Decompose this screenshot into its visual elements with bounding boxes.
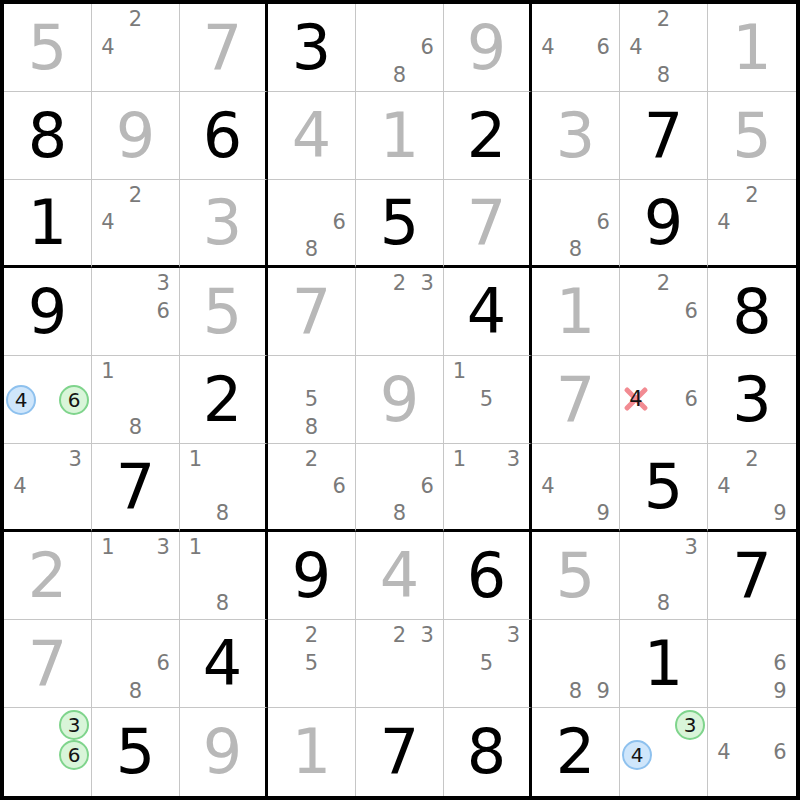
candidate-3-green-circled[interactable]: 3 bbox=[59, 710, 89, 740]
candidate-3-green-circled[interactable]: 3 bbox=[675, 710, 705, 740]
cell-r3c7[interactable]: 68 bbox=[532, 180, 620, 268]
given-digit: 4 bbox=[444, 268, 529, 355]
candidate-grid: 18 bbox=[182, 534, 263, 617]
candidate-grid: 49 bbox=[534, 446, 617, 527]
candidate-1[interactable]: 1 bbox=[453, 449, 466, 470]
solved-digit: 9 bbox=[180, 708, 265, 796]
candidate-2[interactable]: 2 bbox=[305, 449, 318, 470]
candidate-1[interactable]: 1 bbox=[101, 537, 114, 558]
cell-r3c8[interactable]: 9 bbox=[620, 180, 708, 268]
given-digit: 1 bbox=[620, 620, 707, 707]
cell-r9c2[interactable]: 5 bbox=[92, 708, 180, 796]
candidate-8[interactable]: 8 bbox=[569, 239, 582, 260]
candidate-5[interactable]: 5 bbox=[305, 389, 318, 410]
cell-r7c1[interactable]: 2 bbox=[4, 532, 92, 620]
given-digit: 5 bbox=[92, 708, 179, 796]
candidate-grid: 69 bbox=[710, 622, 794, 705]
cell-r1c1[interactable]: 5 bbox=[4, 4, 92, 92]
cell-r6c4[interactable]: 26 bbox=[268, 444, 356, 532]
cell-r4c9[interactable]: 8 bbox=[708, 268, 796, 356]
candidate-4[interactable]: 4 bbox=[101, 37, 114, 58]
cell-r9c7[interactable]: 2 bbox=[532, 708, 620, 796]
candidate-grid: 46 bbox=[710, 710, 794, 794]
given-digit: 3 bbox=[268, 4, 355, 91]
candidate-8[interactable]: 8 bbox=[129, 417, 142, 438]
solved-digit: 9 bbox=[444, 4, 529, 91]
candidate-8[interactable]: 8 bbox=[305, 239, 318, 260]
solved-digit: 3 bbox=[180, 180, 265, 265]
cell-r6c5[interactable]: 68 bbox=[356, 444, 444, 532]
candidate-3[interactable]: 3 bbox=[507, 625, 520, 646]
candidate-4[interactable]: 4 bbox=[629, 37, 642, 58]
solved-digit: 5 bbox=[180, 268, 265, 355]
candidate-3[interactable]: 3 bbox=[420, 625, 433, 646]
cell-r9c6[interactable]: 8 bbox=[444, 708, 532, 796]
candidate-grid: 68 bbox=[270, 182, 353, 263]
candidate-6-green-circled[interactable]: 6 bbox=[59, 385, 89, 415]
candidate-6[interactable]: 6 bbox=[332, 476, 345, 497]
cell-r2c2[interactable]: 9 bbox=[92, 92, 180, 180]
cell-r6c6[interactable]: 13 bbox=[444, 444, 532, 532]
candidate-2[interactable]: 2 bbox=[393, 273, 406, 294]
candidate-5[interactable]: 5 bbox=[480, 653, 493, 674]
candidate-8[interactable]: 8 bbox=[393, 503, 406, 524]
candidate-grid: 46 bbox=[622, 358, 705, 441]
solved-digit: 4 bbox=[268, 92, 355, 179]
given-digit: 2 bbox=[444, 92, 529, 179]
candidate-grid: 46 bbox=[534, 6, 617, 89]
cell-r5c8[interactable]: 46 bbox=[620, 356, 708, 444]
cell-r6c1[interactable]: 34 bbox=[4, 444, 92, 532]
candidate-3[interactable]: 3 bbox=[507, 449, 520, 470]
candidate-grid: 26 bbox=[270, 446, 353, 527]
cell-r2c5[interactable]: 1 bbox=[356, 92, 444, 180]
cell-r7c7[interactable]: 5 bbox=[532, 532, 620, 620]
candidate-4-eliminated[interactable]: 4 bbox=[629, 389, 642, 410]
given-digit: 4 bbox=[180, 620, 265, 707]
candidate-6[interactable]: 6 bbox=[596, 37, 609, 58]
cell-r9c1[interactable]: 36 bbox=[4, 708, 92, 796]
candidate-9[interactable]: 9 bbox=[596, 681, 609, 702]
candidate-grid: 24 bbox=[710, 182, 794, 263]
cell-r6c3[interactable]: 18 bbox=[180, 444, 268, 532]
candidate-grid: 68 bbox=[358, 446, 441, 527]
cell-r3c6[interactable]: 7 bbox=[444, 180, 532, 268]
candidate-grid: 68 bbox=[94, 622, 177, 705]
given-digit: 2 bbox=[532, 708, 619, 796]
given-digit: 9 bbox=[4, 268, 91, 355]
cell-r3c4[interactable]: 68 bbox=[268, 180, 356, 268]
solved-digit: 7 bbox=[180, 4, 265, 91]
candidate-grid: 68 bbox=[534, 182, 617, 263]
candidate-grid: 89 bbox=[534, 622, 617, 705]
elimination-x-icon: 4 bbox=[622, 386, 650, 414]
candidate-1[interactable]: 1 bbox=[101, 361, 114, 382]
cell-r9c3[interactable]: 9 bbox=[180, 708, 268, 796]
candidate-4[interactable]: 4 bbox=[541, 37, 554, 58]
cell-r5c5[interactable]: 9 bbox=[356, 356, 444, 444]
candidate-grid: 38 bbox=[622, 534, 705, 617]
cell-r7c9[interactable]: 7 bbox=[708, 532, 796, 620]
candidate-3[interactable]: 3 bbox=[684, 537, 697, 558]
cell-r7c6[interactable]: 6 bbox=[444, 532, 532, 620]
candidate-grid: 24 bbox=[94, 6, 177, 89]
candidate-6[interactable]: 6 bbox=[420, 37, 433, 58]
candidate-9[interactable]: 9 bbox=[773, 503, 786, 524]
candidate-grid: 23 bbox=[358, 622, 441, 705]
candidate-6[interactable]: 6 bbox=[684, 389, 697, 410]
cell-r7c4[interactable]: 9 bbox=[268, 532, 356, 620]
candidate-2[interactable]: 2 bbox=[305, 625, 318, 646]
solved-digit: 1 bbox=[356, 92, 443, 179]
given-digit: 2 bbox=[180, 356, 265, 443]
candidate-grid: 13 bbox=[446, 446, 527, 527]
cell-r8c2[interactable]: 68 bbox=[92, 620, 180, 708]
candidate-6[interactable]: 6 bbox=[773, 653, 786, 674]
candidate-8[interactable]: 8 bbox=[216, 503, 229, 524]
cell-r8c6[interactable]: 35 bbox=[444, 620, 532, 708]
candidate-4[interactable]: 4 bbox=[13, 476, 26, 497]
given-digit: 9 bbox=[268, 532, 355, 619]
cell-r9c5[interactable]: 7 bbox=[356, 708, 444, 796]
candidate-8[interactable]: 8 bbox=[657, 65, 670, 86]
cell-r4c7[interactable]: 1 bbox=[532, 268, 620, 356]
candidate-grid: 25 bbox=[270, 622, 353, 705]
cell-r7c5[interactable]: 4 bbox=[356, 532, 444, 620]
candidate-6[interactable]: 6 bbox=[684, 301, 697, 322]
cell-r8c7[interactable]: 89 bbox=[532, 620, 620, 708]
candidate-grid: 46 bbox=[6, 358, 89, 441]
cell-r8c4[interactable]: 25 bbox=[268, 620, 356, 708]
cell-r4c8[interactable]: 26 bbox=[620, 268, 708, 356]
cell-r7c3[interactable]: 18 bbox=[180, 532, 268, 620]
solved-digit: 9 bbox=[92, 92, 179, 179]
candidate-3[interactable]: 3 bbox=[156, 273, 169, 294]
cell-r4c4[interactable]: 7 bbox=[268, 268, 356, 356]
solved-digit: 5 bbox=[532, 532, 619, 619]
cell-r7c8[interactable]: 38 bbox=[620, 532, 708, 620]
cell-r5c1[interactable]: 46 bbox=[4, 356, 92, 444]
solved-digit: 3 bbox=[532, 92, 619, 179]
cell-r4c6[interactable]: 4 bbox=[444, 268, 532, 356]
cell-r4c5[interactable]: 23 bbox=[356, 268, 444, 356]
given-digit: 5 bbox=[356, 180, 443, 265]
cell-r1c8[interactable]: 248 bbox=[620, 4, 708, 92]
given-digit: 8 bbox=[444, 708, 529, 796]
cell-r2c4[interactable]: 4 bbox=[268, 92, 356, 180]
solved-digit: 7 bbox=[4, 620, 91, 707]
given-digit: 3 bbox=[708, 356, 796, 443]
cell-r1c3[interactable]: 7 bbox=[180, 4, 268, 92]
solved-digit: 5 bbox=[708, 92, 796, 179]
candidate-4-blue-circled[interactable]: 4 bbox=[6, 385, 36, 415]
given-digit: 8 bbox=[4, 92, 91, 179]
cell-r9c4[interactable]: 1 bbox=[268, 708, 356, 796]
cell-r8c5[interactable]: 23 bbox=[356, 620, 444, 708]
solved-digit: 7 bbox=[444, 180, 529, 265]
candidate-3[interactable]: 3 bbox=[420, 273, 433, 294]
candidate-8[interactable]: 8 bbox=[569, 681, 582, 702]
cell-r5c4[interactable]: 58 bbox=[268, 356, 356, 444]
candidate-3[interactable]: 3 bbox=[68, 449, 81, 470]
candidate-grid: 18 bbox=[94, 358, 177, 441]
candidate-4[interactable]: 4 bbox=[717, 212, 730, 233]
given-digit: 7 bbox=[356, 708, 443, 796]
cell-r6c8[interactable]: 5 bbox=[620, 444, 708, 532]
candidate-9[interactable]: 9 bbox=[773, 681, 786, 702]
candidate-6-green-circled[interactable]: 6 bbox=[59, 740, 89, 770]
candidate-9[interactable]: 9 bbox=[596, 503, 609, 524]
cell-r7c2[interactable]: 13 bbox=[92, 532, 180, 620]
cell-r2c8[interactable]: 7 bbox=[620, 92, 708, 180]
cell-r9c8[interactable]: 34 bbox=[620, 708, 708, 796]
candidate-grid: 24 bbox=[94, 182, 177, 263]
cell-r5c7[interactable]: 7 bbox=[532, 356, 620, 444]
candidate-grid: 34 bbox=[622, 710, 705, 794]
cell-r1c6[interactable]: 9 bbox=[444, 4, 532, 92]
cell-r2c6[interactable]: 2 bbox=[444, 92, 532, 180]
solved-digit: 1 bbox=[268, 708, 355, 796]
cell-r1c9[interactable]: 1 bbox=[708, 4, 796, 92]
given-digit: 1 bbox=[4, 180, 91, 265]
candidate-6[interactable]: 6 bbox=[596, 212, 609, 233]
candidate-6[interactable]: 6 bbox=[156, 653, 169, 674]
candidate-grid: 36 bbox=[6, 710, 89, 794]
cell-r6c2[interactable]: 7 bbox=[92, 444, 180, 532]
solved-digit: 9 bbox=[356, 356, 443, 443]
candidate-grid: 58 bbox=[270, 358, 353, 441]
candidate-grid: 68 bbox=[358, 6, 441, 89]
candidate-8[interactable]: 8 bbox=[393, 65, 406, 86]
sudoku-board: 5247368946248189641237512436857689249365… bbox=[0, 0, 800, 800]
given-digit: 5 bbox=[620, 444, 707, 529]
cell-r3c9[interactable]: 24 bbox=[708, 180, 796, 268]
candidate-grid: 36 bbox=[94, 270, 177, 353]
candidate-4[interactable]: 4 bbox=[717, 742, 730, 763]
solved-digit: 5 bbox=[4, 4, 91, 91]
candidate-2[interactable]: 2 bbox=[129, 9, 142, 30]
given-digit: 7 bbox=[708, 532, 796, 619]
candidate-grid: 23 bbox=[358, 270, 441, 353]
candidate-6[interactable]: 6 bbox=[773, 742, 786, 763]
candidate-1[interactable]: 1 bbox=[189, 449, 202, 470]
cell-r4c2[interactable]: 36 bbox=[92, 268, 180, 356]
candidate-6[interactable]: 6 bbox=[156, 301, 169, 322]
cell-r3c2[interactable]: 24 bbox=[92, 180, 180, 268]
candidate-3[interactable]: 3 bbox=[156, 537, 169, 558]
cell-r1c5[interactable]: 68 bbox=[356, 4, 444, 92]
candidate-2[interactable]: 2 bbox=[745, 185, 758, 206]
candidate-8[interactable]: 8 bbox=[129, 681, 142, 702]
cell-r1c4[interactable]: 3 bbox=[268, 4, 356, 92]
given-digit: 6 bbox=[180, 92, 265, 179]
given-digit: 7 bbox=[620, 92, 707, 179]
candidate-grid: 35 bbox=[446, 622, 527, 705]
cell-r2c1[interactable]: 8 bbox=[4, 92, 92, 180]
candidate-5[interactable]: 5 bbox=[305, 653, 318, 674]
cell-r1c2[interactable]: 24 bbox=[92, 4, 180, 92]
cell-r8c3[interactable]: 4 bbox=[180, 620, 268, 708]
candidate-6[interactable]: 6 bbox=[332, 212, 345, 233]
candidate-grid: 15 bbox=[446, 358, 527, 441]
solved-digit: 7 bbox=[268, 268, 355, 355]
solved-digit: 1 bbox=[708, 4, 796, 91]
cell-r4c1[interactable]: 9 bbox=[4, 268, 92, 356]
cell-r5c9[interactable]: 3 bbox=[708, 356, 796, 444]
cell-r6c9[interactable]: 249 bbox=[708, 444, 796, 532]
solved-digit: 4 bbox=[356, 532, 443, 619]
cell-r2c9[interactable]: 5 bbox=[708, 92, 796, 180]
given-digit: 9 bbox=[620, 180, 707, 265]
given-digit: 6 bbox=[444, 532, 529, 619]
candidate-2[interactable]: 2 bbox=[657, 9, 670, 30]
candidate-4-blue-circled[interactable]: 4 bbox=[622, 740, 652, 770]
solved-digit: 2 bbox=[4, 532, 91, 619]
candidate-5[interactable]: 5 bbox=[480, 389, 493, 410]
solved-digit: 1 bbox=[532, 268, 619, 355]
cell-r2c3[interactable]: 6 bbox=[180, 92, 268, 180]
candidate-2[interactable]: 2 bbox=[745, 449, 758, 470]
cell-r3c3[interactable]: 3 bbox=[180, 180, 268, 268]
cell-r1c7[interactable]: 46 bbox=[532, 4, 620, 92]
candidate-8[interactable]: 8 bbox=[657, 593, 670, 614]
cell-r4c3[interactable]: 5 bbox=[180, 268, 268, 356]
candidate-grid: 249 bbox=[710, 446, 794, 527]
cell-r5c6[interactable]: 15 bbox=[444, 356, 532, 444]
candidate-6[interactable]: 6 bbox=[420, 476, 433, 497]
cell-r9c9[interactable]: 46 bbox=[708, 708, 796, 796]
cell-r8c8[interactable]: 1 bbox=[620, 620, 708, 708]
candidate-grid: 248 bbox=[622, 6, 705, 89]
cell-r6c7[interactable]: 49 bbox=[532, 444, 620, 532]
candidate-4[interactable]: 4 bbox=[541, 476, 554, 497]
cell-r5c3[interactable]: 2 bbox=[180, 356, 268, 444]
solved-digit: 7 bbox=[532, 356, 619, 443]
cell-r3c5[interactable]: 5 bbox=[356, 180, 444, 268]
candidate-1[interactable]: 1 bbox=[189, 537, 202, 558]
given-digit: 8 bbox=[708, 268, 796, 355]
cell-r2c7[interactable]: 3 bbox=[532, 92, 620, 180]
candidate-grid: 34 bbox=[6, 446, 89, 527]
candidate-2[interactable]: 2 bbox=[129, 185, 142, 206]
candidate-4[interactable]: 4 bbox=[717, 476, 730, 497]
candidate-grid: 13 bbox=[94, 534, 177, 617]
given-digit: 7 bbox=[92, 444, 179, 529]
cell-r5c2[interactable]: 18 bbox=[92, 356, 180, 444]
cell-r3c1[interactable]: 1 bbox=[4, 180, 92, 268]
candidate-grid: 26 bbox=[622, 270, 705, 353]
cell-r8c1[interactable]: 7 bbox=[4, 620, 92, 708]
candidate-8[interactable]: 8 bbox=[216, 593, 229, 614]
candidate-2[interactable]: 2 bbox=[393, 625, 406, 646]
candidate-4[interactable]: 4 bbox=[101, 212, 114, 233]
candidate-1[interactable]: 1 bbox=[453, 361, 466, 382]
candidate-grid: 18 bbox=[182, 446, 263, 527]
cell-r8c9[interactable]: 69 bbox=[708, 620, 796, 708]
candidate-2[interactable]: 2 bbox=[657, 273, 670, 294]
candidate-8[interactable]: 8 bbox=[305, 417, 318, 438]
